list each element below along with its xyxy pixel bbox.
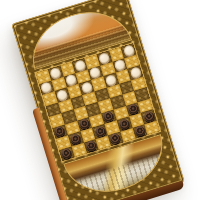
- box-inlay: [22, 0, 173, 200]
- game-box: [11, 0, 185, 200]
- square-h1[interactable]: [144, 120, 160, 135]
- product-photo: [0, 0, 200, 200]
